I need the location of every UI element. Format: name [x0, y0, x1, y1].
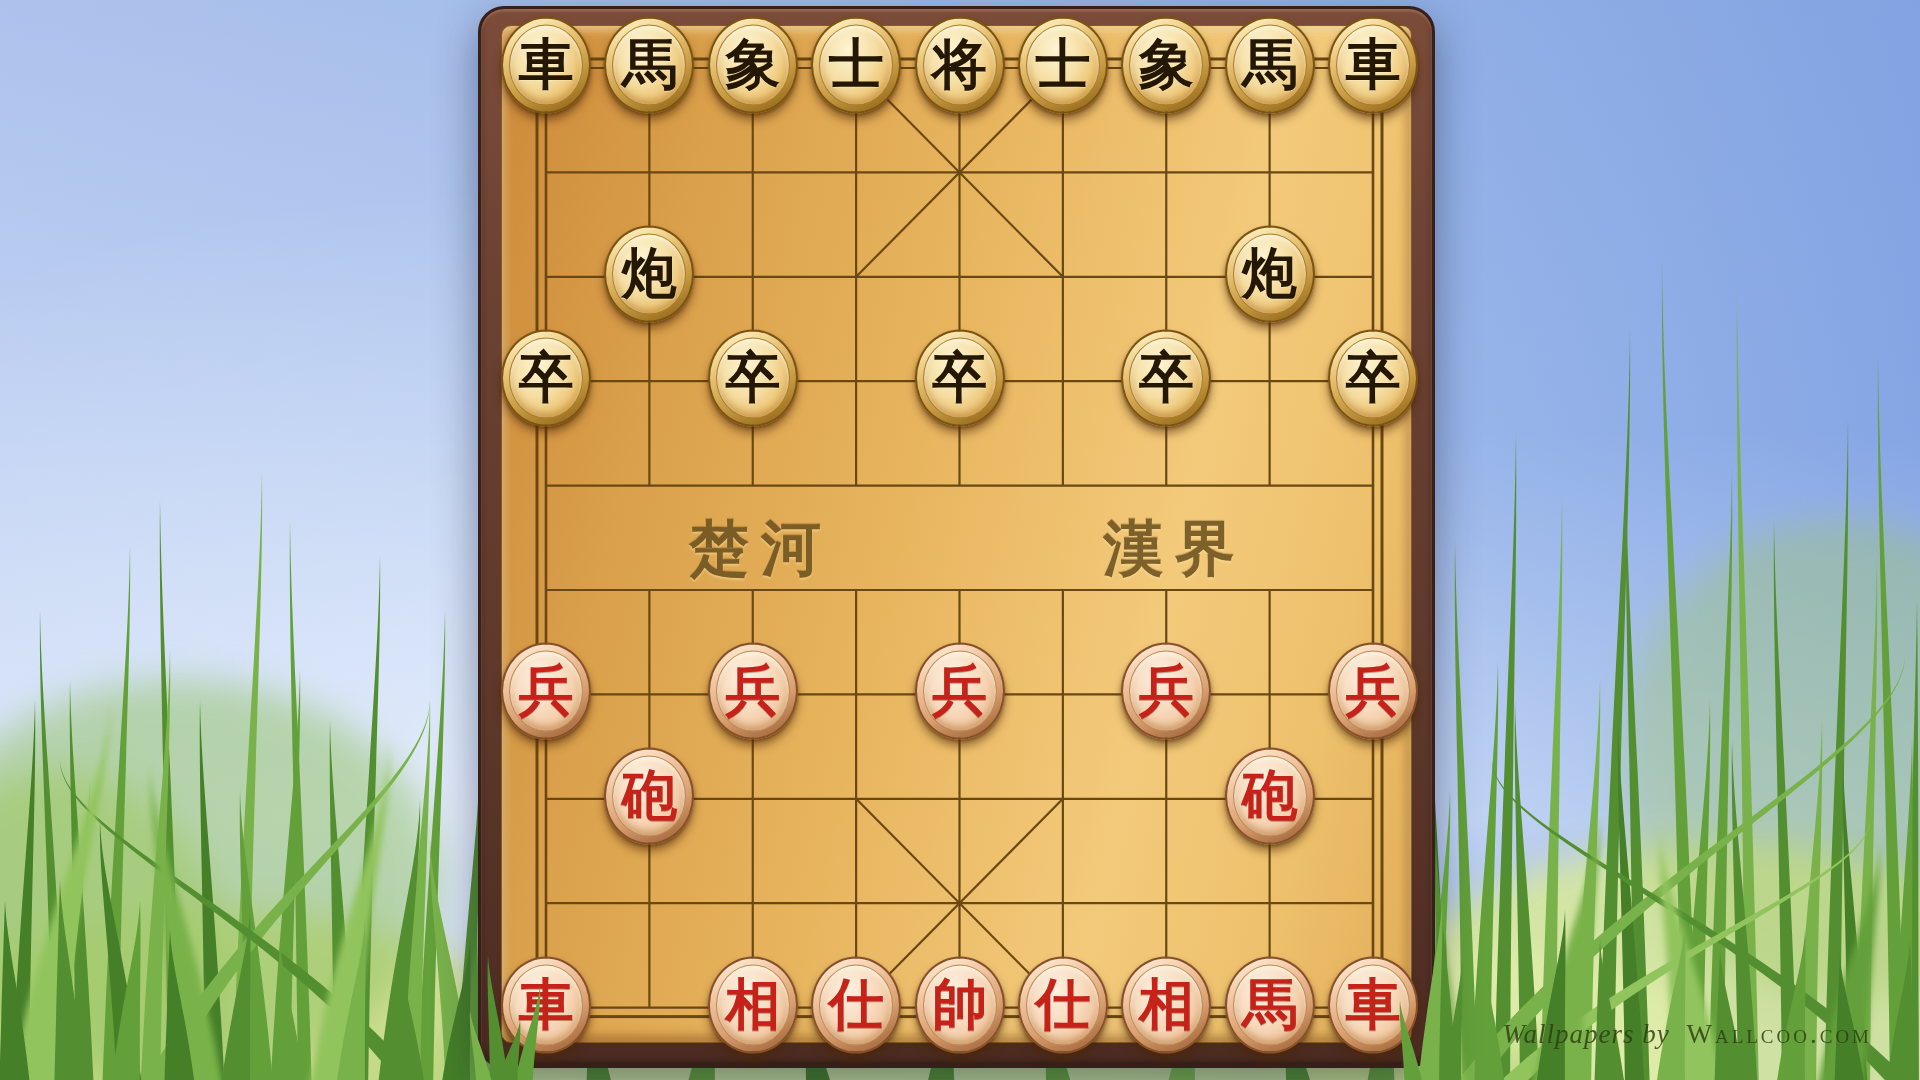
watermark-site: Wallcoo.com	[1686, 1019, 1872, 1049]
grass-foreground	[0, 0, 1920, 1080]
wallpaper-scene: 楚河 漢界 車馬象士将士象馬車炮炮卒卒卒卒卒兵兵兵兵兵砲砲車相仕帥仕相馬車 Wa…	[0, 0, 1920, 1080]
watermark-prefix: Wallpapers by	[1502, 1019, 1669, 1049]
watermark: Wallpapers by Wallcoo.com	[1502, 1019, 1872, 1050]
